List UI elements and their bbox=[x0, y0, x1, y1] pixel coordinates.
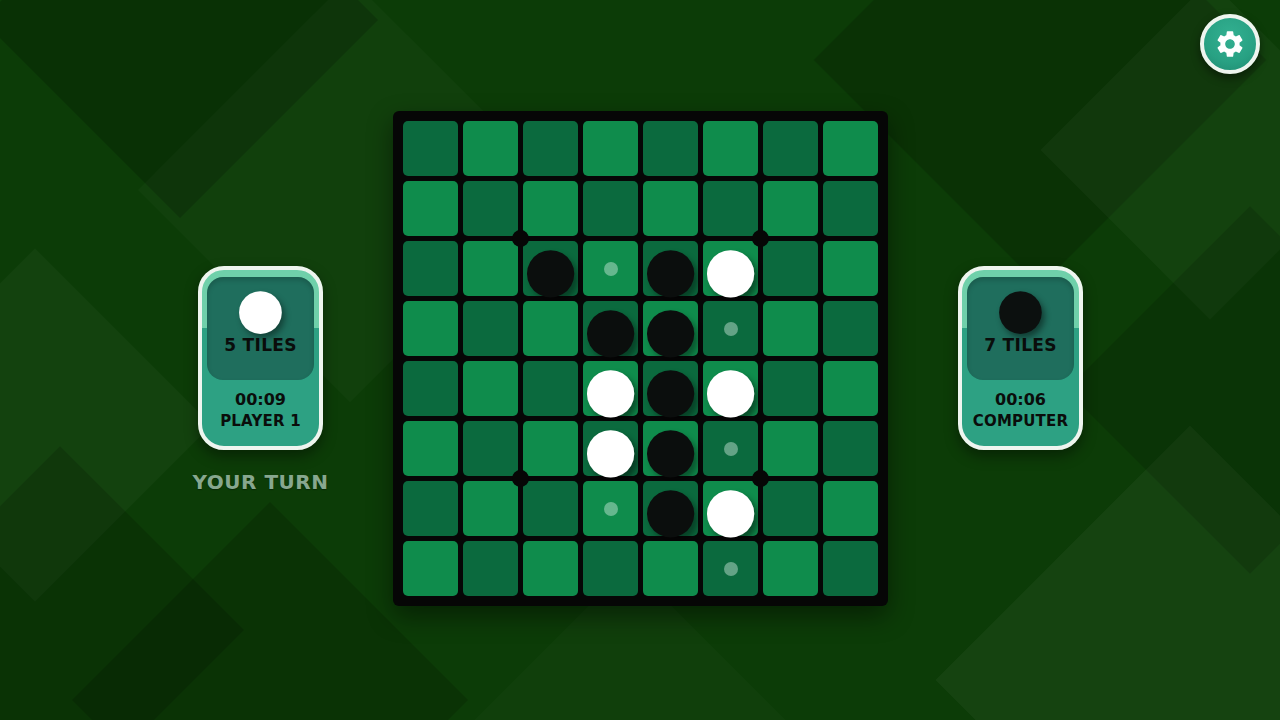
board-cell-7-5[interactable] bbox=[703, 541, 758, 596]
board-cell-7-3[interactable] bbox=[583, 541, 638, 596]
gear-icon bbox=[1214, 28, 1246, 60]
board-cell-0-5[interactable] bbox=[703, 121, 758, 176]
board-star-dot bbox=[752, 470, 769, 487]
computer-name: COMPUTER bbox=[962, 412, 1079, 430]
white-piece: ● bbox=[703, 241, 757, 296]
board-cell-6-3[interactable] bbox=[583, 481, 638, 536]
board-star-dot bbox=[752, 230, 769, 247]
turn-indicator: YOUR TURN bbox=[173, 470, 348, 494]
board-cell-2-2[interactable]: ● bbox=[523, 241, 578, 296]
white-piece: ● bbox=[583, 361, 637, 416]
board-cell-4-7[interactable] bbox=[823, 361, 878, 416]
white-piece: ● bbox=[583, 421, 637, 476]
board-star-dot bbox=[512, 470, 529, 487]
board-cell-0-4[interactable] bbox=[643, 121, 698, 176]
board-cell-1-3[interactable] bbox=[583, 181, 638, 236]
board-cell-0-7[interactable] bbox=[823, 121, 878, 176]
computer-timer: 00:06 bbox=[962, 390, 1079, 409]
board-cell-0-2[interactable] bbox=[523, 121, 578, 176]
board-cell-6-0[interactable] bbox=[403, 481, 458, 536]
board-cell-1-0[interactable] bbox=[403, 181, 458, 236]
white-disc-icon: ● bbox=[236, 283, 285, 333]
board-cell-2-3[interactable] bbox=[583, 241, 638, 296]
board-cell-1-2[interactable] bbox=[523, 181, 578, 236]
legal-move-hint[interactable] bbox=[724, 562, 738, 576]
white-piece: ● bbox=[703, 481, 757, 536]
player-card-computer: ● 7 TILES 00:06 COMPUTER bbox=[958, 266, 1083, 450]
black-piece: ● bbox=[583, 301, 637, 356]
player1-timer: 00:09 bbox=[202, 390, 319, 409]
board-cell-6-4[interactable]: ● bbox=[643, 481, 698, 536]
board-cell-0-1[interactable] bbox=[463, 121, 518, 176]
board-cell-7-0[interactable] bbox=[403, 541, 458, 596]
board-cell-7-2[interactable] bbox=[523, 541, 578, 596]
board-cell-5-7[interactable] bbox=[823, 421, 878, 476]
board-cell-5-1[interactable] bbox=[463, 421, 518, 476]
black-piece: ● bbox=[523, 241, 577, 296]
board-cell-3-2[interactable] bbox=[523, 301, 578, 356]
board-cell-1-6[interactable] bbox=[763, 181, 818, 236]
board-cell-3-0[interactable] bbox=[403, 301, 458, 356]
board-cell-1-4[interactable] bbox=[643, 181, 698, 236]
legal-move-hint[interactable] bbox=[724, 322, 738, 336]
legal-move-hint[interactable] bbox=[604, 262, 618, 276]
board-cell-1-5[interactable] bbox=[703, 181, 758, 236]
board-star-dot bbox=[512, 230, 529, 247]
board-cell-2-5[interactable]: ● bbox=[703, 241, 758, 296]
white-piece: ● bbox=[703, 361, 757, 416]
board-cell-4-2[interactable] bbox=[523, 361, 578, 416]
black-disc-icon: ● bbox=[996, 283, 1045, 333]
board-cell-0-3[interactable] bbox=[583, 121, 638, 176]
black-piece: ● bbox=[643, 481, 697, 536]
board-cell-4-5[interactable]: ● bbox=[703, 361, 758, 416]
black-piece: ● bbox=[643, 361, 697, 416]
board-cell-2-6[interactable] bbox=[763, 241, 818, 296]
board-cell-6-7[interactable] bbox=[823, 481, 878, 536]
board-cell-5-6[interactable] bbox=[763, 421, 818, 476]
player-card-player1: ● 5 TILES 00:09 PLAYER 1 bbox=[198, 266, 323, 450]
board-cell-3-4[interactable]: ● bbox=[643, 301, 698, 356]
board-cell-7-6[interactable] bbox=[763, 541, 818, 596]
player1-name: PLAYER 1 bbox=[202, 412, 319, 430]
board-cell-5-5[interactable] bbox=[703, 421, 758, 476]
board-cell-5-2[interactable] bbox=[523, 421, 578, 476]
board-cell-7-7[interactable] bbox=[823, 541, 878, 596]
board-cell-2-7[interactable] bbox=[823, 241, 878, 296]
board-cell-4-6[interactable] bbox=[763, 361, 818, 416]
board-cell-6-2[interactable] bbox=[523, 481, 578, 536]
reversi-board: ●●●●●●●●●●●● bbox=[393, 111, 888, 606]
black-piece: ● bbox=[643, 241, 697, 296]
board-cell-6-1[interactable] bbox=[463, 481, 518, 536]
board-cell-4-0[interactable] bbox=[403, 361, 458, 416]
board-cell-3-6[interactable] bbox=[763, 301, 818, 356]
board-cell-1-7[interactable] bbox=[823, 181, 878, 236]
computer-tile-panel: ● 7 TILES bbox=[967, 277, 1074, 380]
legal-move-hint[interactable] bbox=[604, 502, 618, 516]
black-piece: ● bbox=[643, 421, 697, 476]
board-cell-2-4[interactable]: ● bbox=[643, 241, 698, 296]
board-cell-4-4[interactable]: ● bbox=[643, 361, 698, 416]
board-cell-0-0[interactable] bbox=[403, 121, 458, 176]
board-cell-7-4[interactable] bbox=[643, 541, 698, 596]
board-cell-5-0[interactable] bbox=[403, 421, 458, 476]
board-cell-3-1[interactable] bbox=[463, 301, 518, 356]
board-cell-2-0[interactable] bbox=[403, 241, 458, 296]
board-cell-3-7[interactable] bbox=[823, 301, 878, 356]
board-cell-1-1[interactable] bbox=[463, 181, 518, 236]
board-cell-6-5[interactable]: ● bbox=[703, 481, 758, 536]
black-piece: ● bbox=[643, 301, 697, 356]
board-cell-3-5[interactable] bbox=[703, 301, 758, 356]
player1-tile-panel: ● 5 TILES bbox=[207, 277, 314, 380]
board-cell-5-3[interactable]: ● bbox=[583, 421, 638, 476]
board-cell-3-3[interactable]: ● bbox=[583, 301, 638, 356]
legal-move-hint[interactable] bbox=[724, 442, 738, 456]
board-cell-0-6[interactable] bbox=[763, 121, 818, 176]
board-cell-6-6[interactable] bbox=[763, 481, 818, 536]
board-cell-4-3[interactable]: ● bbox=[583, 361, 638, 416]
board-cell-5-4[interactable]: ● bbox=[643, 421, 698, 476]
settings-button[interactable] bbox=[1200, 14, 1260, 74]
board-cell-7-1[interactable] bbox=[463, 541, 518, 596]
board-cell-2-1[interactable] bbox=[463, 241, 518, 296]
board-cell-4-1[interactable] bbox=[463, 361, 518, 416]
reversi-board-grid: ●●●●●●●●●●●● bbox=[403, 121, 878, 596]
